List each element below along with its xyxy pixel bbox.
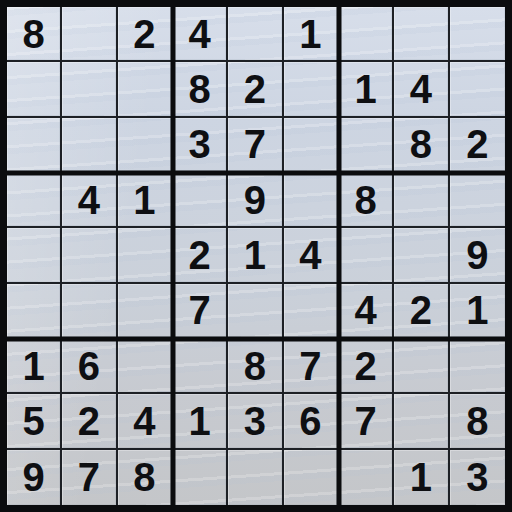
cell-r1c8[interactable] [394,7,449,62]
cell-r4c8[interactable] [394,173,449,228]
cell-r2c4[interactable]: 8 [173,62,228,117]
cell-r8c6[interactable]: 6 [284,394,339,449]
cell-r3c2[interactable] [62,118,117,173]
cell-r9c7[interactable] [339,450,394,505]
cell-r1c4[interactable]: 4 [173,7,228,62]
cell-r2c8[interactable]: 4 [394,62,449,117]
cell-r3c8[interactable]: 8 [394,118,449,173]
cell-r3c4[interactable]: 3 [173,118,228,173]
cell-r3c9[interactable]: 2 [450,118,505,173]
cell-r1c9[interactable] [450,7,505,62]
cell-r6c4[interactable]: 7 [173,284,228,339]
cell-r3c6[interactable] [284,118,339,173]
cell-r1c7[interactable] [339,7,394,62]
cell-r8c5[interactable]: 3 [228,394,283,449]
cell-r5c7[interactable] [339,228,394,283]
cell-r6c5[interactable] [228,284,283,339]
cell-r7c2[interactable]: 6 [62,339,117,394]
cell-r2c2[interactable] [62,62,117,117]
cell-r2c1[interactable] [7,62,62,117]
cell-r6c1[interactable] [7,284,62,339]
cell-r3c7[interactable] [339,118,394,173]
cell-r1c3[interactable]: 2 [118,7,173,62]
sudoku-board: 8241821437824198214974211687252413678978… [0,0,512,512]
cell-r4c2[interactable]: 4 [62,173,117,228]
cell-r5c3[interactable] [118,228,173,283]
cell-r4c7[interactable]: 8 [339,173,394,228]
cell-r8c2[interactable]: 2 [62,394,117,449]
cell-r6c2[interactable] [62,284,117,339]
cell-r5c9[interactable]: 9 [450,228,505,283]
cell-r2c7[interactable]: 1 [339,62,394,117]
cell-r2c3[interactable] [118,62,173,117]
cell-r8c9[interactable]: 8 [450,394,505,449]
cell-r1c5[interactable] [228,7,283,62]
cell-r7c6[interactable]: 7 [284,339,339,394]
cell-r4c3[interactable]: 1 [118,173,173,228]
cell-r9c9[interactable]: 3 [450,450,505,505]
cell-r6c3[interactable] [118,284,173,339]
cell-r5c5[interactable]: 1 [228,228,283,283]
cell-r1c6[interactable]: 1 [284,7,339,62]
cell-r5c4[interactable]: 2 [173,228,228,283]
cell-r2c5[interactable]: 2 [228,62,283,117]
cell-r9c2[interactable]: 7 [62,450,117,505]
cell-r6c9[interactable]: 1 [450,284,505,339]
cell-r7c4[interactable] [173,339,228,394]
cell-r5c2[interactable] [62,228,117,283]
cell-r5c6[interactable]: 4 [284,228,339,283]
cell-r4c9[interactable] [450,173,505,228]
cell-r7c1[interactable]: 1 [7,339,62,394]
cell-r5c1[interactable] [7,228,62,283]
cell-r2c6[interactable] [284,62,339,117]
cell-r5c8[interactable] [394,228,449,283]
cell-r7c7[interactable]: 2 [339,339,394,394]
cell-r9c4[interactable] [173,450,228,505]
cell-r7c9[interactable] [450,339,505,394]
cell-r6c8[interactable]: 2 [394,284,449,339]
cell-r1c2[interactable] [62,7,117,62]
cell-r3c1[interactable] [7,118,62,173]
cell-r8c3[interactable]: 4 [118,394,173,449]
cell-r9c1[interactable]: 9 [7,450,62,505]
cell-r8c8[interactable] [394,394,449,449]
cell-r1c1[interactable]: 8 [7,7,62,62]
cell-r7c3[interactable] [118,339,173,394]
cell-r9c8[interactable]: 1 [394,450,449,505]
cell-r7c5[interactable]: 8 [228,339,283,394]
cell-r7c8[interactable] [394,339,449,394]
cell-r8c7[interactable]: 7 [339,394,394,449]
cell-r4c1[interactable] [7,173,62,228]
cell-r9c3[interactable]: 8 [118,450,173,505]
cell-r2c9[interactable] [450,62,505,117]
cell-r3c5[interactable]: 7 [228,118,283,173]
cell-r8c4[interactable]: 1 [173,394,228,449]
cell-r3c3[interactable] [118,118,173,173]
cell-r6c7[interactable]: 4 [339,284,394,339]
cell-r9c5[interactable] [228,450,283,505]
cell-r8c1[interactable]: 5 [7,394,62,449]
cell-r4c6[interactable] [284,173,339,228]
cell-r4c5[interactable]: 9 [228,173,283,228]
cell-r6c6[interactable] [284,284,339,339]
cell-r9c6[interactable] [284,450,339,505]
cell-r4c4[interactable] [173,173,228,228]
